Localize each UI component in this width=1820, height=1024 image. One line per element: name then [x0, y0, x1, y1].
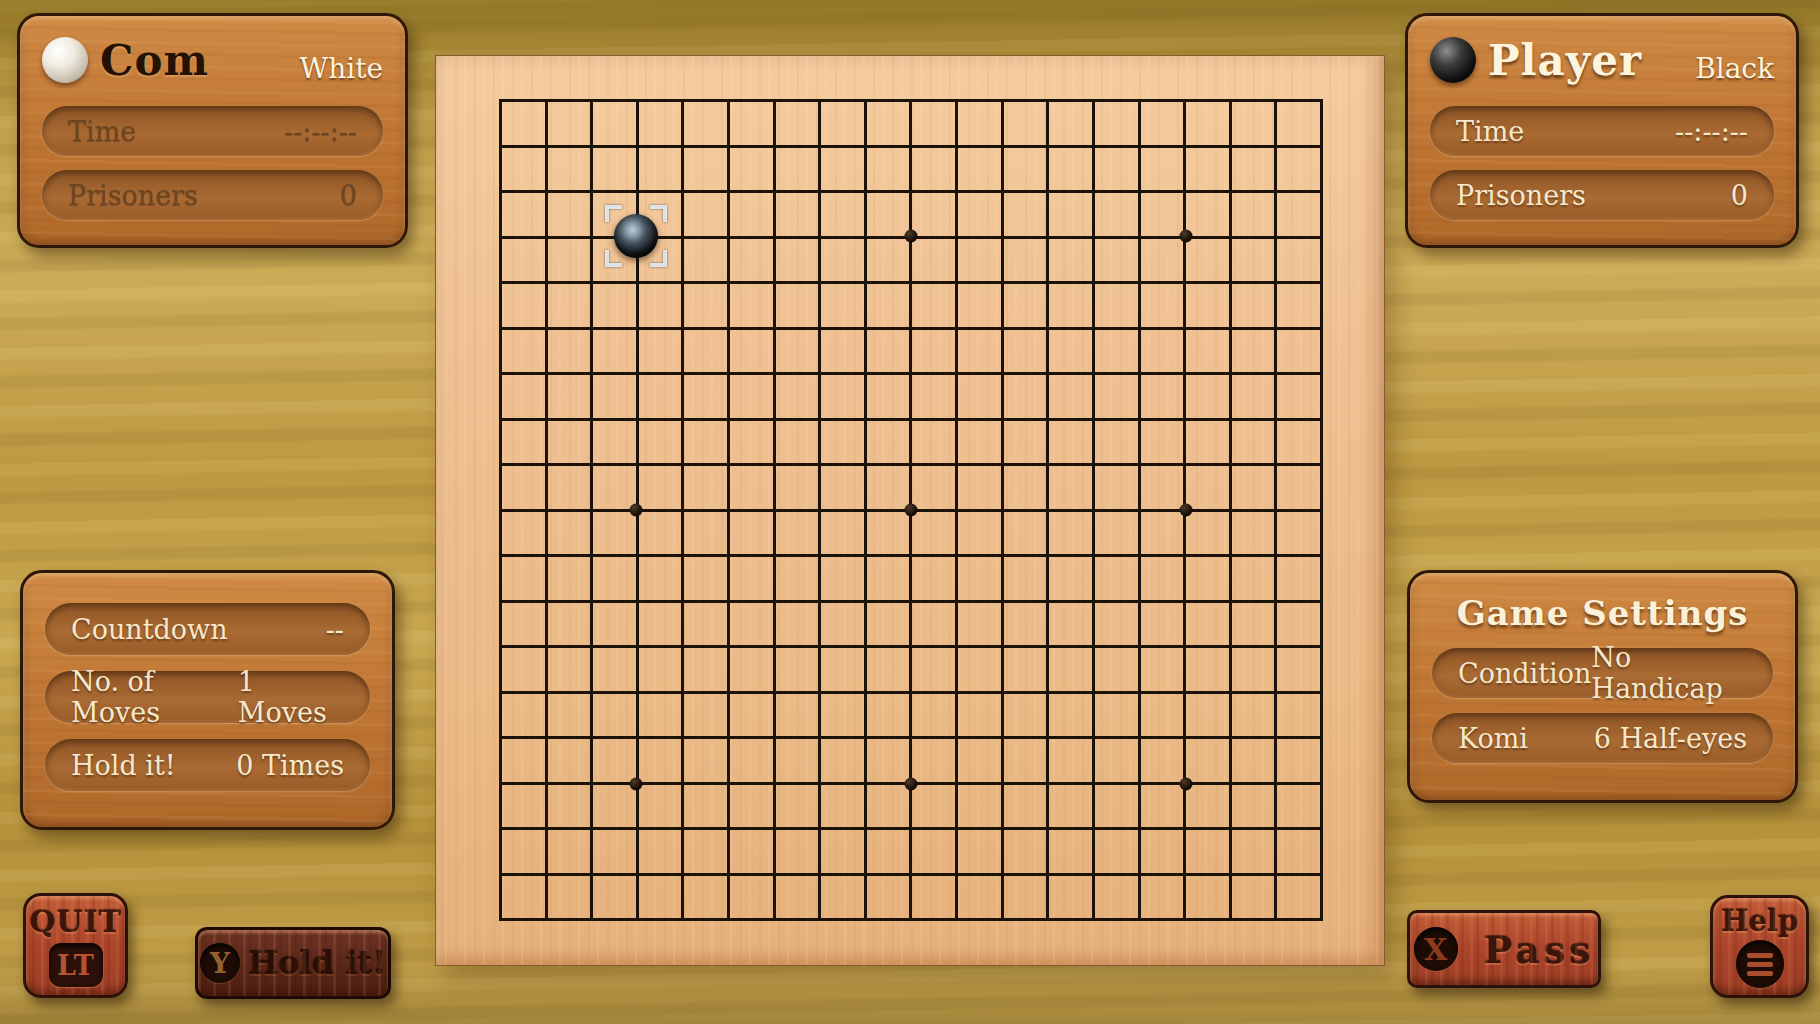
board-cell	[1141, 330, 1187, 376]
board-cell	[502, 876, 548, 922]
board-cell	[958, 421, 1004, 467]
white-player-panel: Com White Time --:--:-- Prisoners 0	[17, 13, 408, 248]
board-cell	[639, 557, 685, 603]
board-cell	[1232, 148, 1278, 194]
board-cell	[730, 830, 776, 876]
board-cell	[1277, 466, 1323, 512]
board-cell	[867, 785, 913, 831]
board-cell	[1004, 375, 1050, 421]
board-cell	[1049, 694, 1095, 740]
board-cell	[867, 102, 913, 148]
board-cell	[684, 193, 730, 239]
black-player-name: Player	[1488, 36, 1642, 85]
black-time-row: Time --:--:--	[1430, 106, 1774, 156]
board-cell	[867, 421, 913, 467]
condition-row: Condition No Handicap	[1432, 648, 1773, 698]
condition-value: No Handicap	[1591, 642, 1747, 704]
board-cell	[1095, 694, 1141, 740]
board-cell	[1049, 284, 1095, 330]
board-cell	[1141, 603, 1187, 649]
black-player-header: Player Black	[1430, 28, 1774, 92]
komi-row: Komi 6 Half-eyes	[1432, 713, 1773, 763]
board-cell	[502, 739, 548, 785]
board-cell	[776, 239, 822, 285]
board-cell	[1004, 648, 1050, 694]
black-side-label: Black	[1695, 52, 1774, 85]
x-button-icon-label: X	[1424, 932, 1447, 967]
board-cell	[684, 421, 730, 467]
board-cell	[1232, 557, 1278, 603]
board-cell	[1232, 603, 1278, 649]
board-cell	[730, 603, 776, 649]
board-cell	[730, 193, 776, 239]
hold-it-button-label: Hold it!	[248, 944, 386, 982]
board-cell	[1049, 876, 1095, 922]
board-cell	[730, 421, 776, 467]
board-cell	[593, 694, 639, 740]
board-cell	[867, 375, 913, 421]
white-prisoners-label: Prisoners	[68, 180, 198, 211]
board-cell	[912, 421, 958, 467]
board-cell	[1004, 694, 1050, 740]
board-cell	[1277, 694, 1323, 740]
board-cell	[1004, 603, 1050, 649]
board-cell	[548, 603, 594, 649]
board-cell	[593, 603, 639, 649]
board-cell	[912, 193, 958, 239]
board-cell	[593, 193, 639, 239]
board-cell	[1186, 148, 1232, 194]
board-cell	[1049, 648, 1095, 694]
countdown-value: --	[326, 614, 344, 645]
go-board[interactable]	[435, 55, 1385, 966]
board-cell	[502, 694, 548, 740]
board-cell	[639, 785, 685, 831]
board-cell	[912, 785, 958, 831]
board-cell	[821, 421, 867, 467]
board-cell	[548, 284, 594, 330]
board-cell	[548, 512, 594, 558]
hold-it-button[interactable]: Y Hold it!	[195, 927, 391, 999]
board-cell	[821, 193, 867, 239]
board-cell	[593, 375, 639, 421]
board-cell	[1095, 603, 1141, 649]
white-player-panel-inner: Com White Time --:--:-- Prisoners 0	[20, 16, 405, 245]
board-cell	[502, 284, 548, 330]
board-cell	[593, 512, 639, 558]
board-cell	[1004, 557, 1050, 603]
board-cell	[867, 739, 913, 785]
board-cell	[958, 102, 1004, 148]
board-cell	[639, 603, 685, 649]
board-cell	[548, 193, 594, 239]
board-cell	[502, 421, 548, 467]
board-cell	[821, 557, 867, 603]
white-side-label: White	[299, 52, 383, 85]
board-cell	[1141, 375, 1187, 421]
board-cell	[958, 239, 1004, 285]
board-cell	[1095, 876, 1141, 922]
board-cell	[958, 284, 1004, 330]
board-cell	[1232, 694, 1278, 740]
board-cell	[867, 557, 913, 603]
board-cell	[1277, 648, 1323, 694]
board-cell	[867, 876, 913, 922]
board-cell	[958, 785, 1004, 831]
moves-value: 1 Moves	[238, 666, 344, 728]
black-prisoners-label: Prisoners	[1456, 180, 1586, 211]
board-cell	[1232, 512, 1278, 558]
board-cell	[776, 102, 822, 148]
board-cell	[1004, 466, 1050, 512]
board-cell	[776, 694, 822, 740]
board-cell	[912, 512, 958, 558]
board-cell	[1186, 239, 1232, 285]
board-cell	[684, 239, 730, 285]
board-cell	[639, 330, 685, 376]
board-cell	[912, 148, 958, 194]
menu-icon	[1736, 940, 1784, 988]
condition-label: Condition	[1458, 658, 1591, 689]
game-settings-panel: Game Settings Condition No Handicap Komi…	[1407, 570, 1798, 803]
board-cell	[1277, 739, 1323, 785]
board-cell	[1232, 648, 1278, 694]
board-cell	[821, 785, 867, 831]
board-cell	[730, 739, 776, 785]
board-cell	[958, 648, 1004, 694]
board-cell	[776, 785, 822, 831]
board-cell	[776, 375, 822, 421]
board-cell	[593, 330, 639, 376]
board-cell	[958, 466, 1004, 512]
board-cell	[548, 830, 594, 876]
board-cell	[1095, 830, 1141, 876]
help-button[interactable]: Help	[1710, 895, 1809, 998]
board-cell	[730, 375, 776, 421]
komi-value: 6 Half-eyes	[1594, 723, 1747, 754]
board-cell	[1232, 876, 1278, 922]
board-cell	[1095, 284, 1141, 330]
board-cell	[821, 694, 867, 740]
board-cell	[821, 284, 867, 330]
board-cell	[548, 694, 594, 740]
board-cell	[1186, 330, 1232, 376]
white-prisoners-value: 0	[340, 180, 357, 211]
board-cell	[958, 512, 1004, 558]
board-cell	[1049, 330, 1095, 376]
board-cell	[1004, 830, 1050, 876]
board-cell	[821, 648, 867, 694]
board-cell	[593, 648, 639, 694]
board-cell	[776, 830, 822, 876]
quit-button[interactable]: QUIT LT	[23, 893, 128, 998]
white-player-name: Com	[100, 36, 209, 85]
board-cell	[548, 648, 594, 694]
board-cell	[730, 102, 776, 148]
board-cell	[1141, 102, 1187, 148]
board-cell	[1141, 557, 1187, 603]
board-cell	[593, 102, 639, 148]
board-cell	[1049, 102, 1095, 148]
board-cell	[639, 876, 685, 922]
pass-button-label: Pass	[1484, 927, 1595, 972]
board-cell	[867, 193, 913, 239]
board-cell	[1141, 284, 1187, 330]
board-cell	[1095, 102, 1141, 148]
board-cell	[1277, 603, 1323, 649]
board-cell	[548, 557, 594, 603]
board-cell	[912, 876, 958, 922]
board-cell	[1232, 421, 1278, 467]
board-cell	[1004, 739, 1050, 785]
board-cell	[1186, 193, 1232, 239]
board-cell	[776, 648, 822, 694]
board-cell	[593, 466, 639, 512]
board-cell	[593, 739, 639, 785]
board-cell	[1095, 648, 1141, 694]
board-cell	[548, 739, 594, 785]
board-cell	[1232, 330, 1278, 376]
board-cell	[1277, 876, 1323, 922]
board-cell	[1049, 193, 1095, 239]
board-cell	[1049, 739, 1095, 785]
board-cell	[1232, 466, 1278, 512]
board-cell	[1277, 239, 1323, 285]
board-cell	[1141, 739, 1187, 785]
board-cell	[912, 557, 958, 603]
board-cell	[776, 466, 822, 512]
board-cell	[1004, 876, 1050, 922]
board-cell	[1141, 466, 1187, 512]
board-cell	[1186, 102, 1232, 148]
menu-icon-bar	[1747, 962, 1773, 967]
board-cell	[684, 603, 730, 649]
board-cell	[502, 239, 548, 285]
quit-button-label: QUIT	[29, 904, 122, 939]
board-cell	[912, 603, 958, 649]
board-cell	[1141, 421, 1187, 467]
board-cell	[912, 239, 958, 285]
board-cell	[1004, 284, 1050, 330]
countdown-row: Countdown --	[45, 603, 370, 655]
black-time-label: Time	[1456, 116, 1524, 147]
board-cell	[776, 148, 822, 194]
y-button-icon-label: Y	[210, 947, 230, 980]
board-cell	[593, 830, 639, 876]
board-cell	[684, 512, 730, 558]
board-cell	[1095, 375, 1141, 421]
board-cell	[1186, 876, 1232, 922]
board-cell	[502, 193, 548, 239]
board-cell	[639, 193, 685, 239]
board-cell	[912, 830, 958, 876]
board-cell	[1049, 239, 1095, 285]
board-cell	[1004, 330, 1050, 376]
board-cell	[1004, 239, 1050, 285]
board-cell	[1186, 512, 1232, 558]
board-cell	[776, 557, 822, 603]
board-cell	[1277, 375, 1323, 421]
board-cell	[776, 739, 822, 785]
board-cell	[867, 239, 913, 285]
board-cell	[684, 148, 730, 194]
x-button-icon: X	[1414, 927, 1458, 971]
board-cell	[639, 466, 685, 512]
black-player-panel-inner: Player Black Time --:--:-- Prisoners 0	[1408, 16, 1796, 245]
board-cell	[958, 148, 1004, 194]
board-cell	[1277, 193, 1323, 239]
board-cell	[958, 694, 1004, 740]
white-time-value: --:--:--	[284, 116, 357, 147]
board-cell	[912, 102, 958, 148]
board-cell	[958, 603, 1004, 649]
board-cell	[912, 739, 958, 785]
board-cell	[1004, 785, 1050, 831]
board-cell	[1232, 193, 1278, 239]
board-cell	[1277, 512, 1323, 558]
board-cell	[730, 466, 776, 512]
black-player-panel: Player Black Time --:--:-- Prisoners 0	[1405, 13, 1799, 248]
board-cell	[1095, 739, 1141, 785]
board-cell	[684, 375, 730, 421]
game-settings-inner: Game Settings Condition No Handicap Komi…	[1410, 573, 1795, 800]
lt-button-icon: LT	[49, 943, 103, 987]
board-cell	[684, 284, 730, 330]
status-panel-inner: Countdown -- No. of Moves 1 Moves Hold i…	[23, 573, 392, 827]
board-cell	[639, 830, 685, 876]
pass-button[interactable]: X Pass	[1407, 910, 1601, 988]
go-board-grid	[499, 99, 1323, 921]
board-cell	[639, 102, 685, 148]
board-cell	[1049, 421, 1095, 467]
board-cell	[867, 830, 913, 876]
board-cell	[1095, 421, 1141, 467]
board-cell	[1049, 830, 1095, 876]
board-cell	[593, 785, 639, 831]
board-cell	[867, 603, 913, 649]
board-cell	[730, 512, 776, 558]
board-cell	[684, 102, 730, 148]
board-cell	[639, 239, 685, 285]
board-cell	[730, 694, 776, 740]
board-cell	[1095, 239, 1141, 285]
board-cell	[1232, 785, 1278, 831]
board-cell	[1186, 648, 1232, 694]
board-cell	[776, 876, 822, 922]
board-cell	[730, 239, 776, 285]
board-cell	[1277, 830, 1323, 876]
board-cell	[502, 102, 548, 148]
board-cell	[912, 466, 958, 512]
board-cell	[867, 512, 913, 558]
board-cell	[548, 239, 594, 285]
board-cell	[1004, 421, 1050, 467]
board-cell	[821, 739, 867, 785]
board-cell	[1277, 557, 1323, 603]
board-cell	[684, 739, 730, 785]
board-cell	[1141, 239, 1187, 285]
board-cell	[684, 466, 730, 512]
menu-icon-bar	[1747, 953, 1773, 958]
board-cell	[639, 512, 685, 558]
board-cell	[639, 421, 685, 467]
board-cell	[548, 102, 594, 148]
board-cell	[912, 330, 958, 376]
board-cell	[1049, 557, 1095, 603]
board-cell	[1095, 330, 1141, 376]
board-cell	[502, 375, 548, 421]
board-cell	[867, 648, 913, 694]
board-cell	[1049, 148, 1095, 194]
white-prisoners-row: Prisoners 0	[42, 170, 383, 220]
board-cell	[639, 694, 685, 740]
board-cell	[1186, 284, 1232, 330]
board-cell	[958, 375, 1004, 421]
board-cell	[502, 512, 548, 558]
black-prisoners-value: 0	[1731, 180, 1748, 211]
board-cell	[1277, 785, 1323, 831]
board-cell	[958, 830, 1004, 876]
board-cell	[502, 785, 548, 831]
black-time-value: --:--:--	[1675, 116, 1748, 147]
board-cell	[1004, 512, 1050, 558]
board-cell	[1232, 284, 1278, 330]
board-cell	[912, 375, 958, 421]
board-cell	[958, 557, 1004, 603]
board-cell	[1277, 421, 1323, 467]
board-cell	[684, 785, 730, 831]
board-cell	[1095, 785, 1141, 831]
board-cell	[867, 330, 913, 376]
board-cell	[776, 193, 822, 239]
board-cell	[1095, 512, 1141, 558]
board-cell	[1232, 375, 1278, 421]
board-cell	[1232, 102, 1278, 148]
board-cell	[776, 603, 822, 649]
board-cell	[958, 739, 1004, 785]
board-cell	[912, 648, 958, 694]
board-cell	[502, 830, 548, 876]
black-stone-icon	[1430, 37, 1476, 83]
white-stone-icon	[42, 37, 88, 83]
board-cell	[684, 694, 730, 740]
board-cell	[1277, 284, 1323, 330]
board-cell	[1277, 148, 1323, 194]
board-cell	[867, 466, 913, 512]
board-cell	[821, 102, 867, 148]
board-cell	[684, 330, 730, 376]
board-cell	[1141, 148, 1187, 194]
board-cell	[639, 648, 685, 694]
board-cell	[502, 330, 548, 376]
board-cell	[730, 648, 776, 694]
board-cell	[684, 876, 730, 922]
board-cell	[548, 375, 594, 421]
white-time-label: Time	[68, 116, 136, 147]
board-cell	[867, 694, 913, 740]
board-cell	[821, 239, 867, 285]
board-cell	[1049, 466, 1095, 512]
board-cell	[1049, 375, 1095, 421]
board-cell	[1141, 193, 1187, 239]
lt-button-icon-label: LT	[57, 950, 94, 981]
board-cell	[1141, 785, 1187, 831]
board-cell	[1049, 603, 1095, 649]
board-cell	[548, 466, 594, 512]
board-cell	[776, 284, 822, 330]
board-cell	[593, 284, 639, 330]
board-cell	[1004, 148, 1050, 194]
